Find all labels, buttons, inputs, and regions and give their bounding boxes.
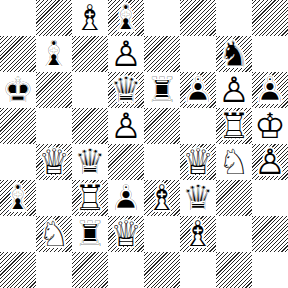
square-c8[interactable]: ♝♗	[72, 0, 108, 36]
white-knight-icon: ♘	[36, 216, 72, 252]
square-d4[interactable]	[108, 144, 144, 180]
square-d5[interactable]: ♟♙	[108, 108, 144, 144]
black-king-icon: ♔	[0, 72, 36, 108]
square-a3[interactable]: ♝♗	[0, 180, 36, 216]
white-knight-fill: ♞	[36, 216, 72, 252]
square-h3[interactable]	[252, 180, 288, 216]
black-bishop-icon: ♗	[0, 180, 36, 216]
white-king-icon: ♔	[252, 108, 288, 144]
white-queen-icon: ♕	[108, 216, 144, 252]
square-b3[interactable]	[36, 180, 72, 216]
square-f4[interactable]: ♛♕	[180, 144, 216, 180]
square-f5[interactable]	[180, 108, 216, 144]
white-knight-icon: ♘	[216, 144, 252, 180]
square-a8[interactable]	[0, 0, 36, 36]
square-c1[interactable]	[72, 252, 108, 288]
square-c3[interactable]: ♜♖	[72, 180, 108, 216]
white-rook-fill: ♜	[216, 108, 252, 144]
white-pawn-icon: ♙	[216, 72, 252, 108]
square-e5[interactable]	[144, 108, 180, 144]
black-knight-fill: ♞	[216, 36, 252, 72]
black-bishop-icon: ♗	[108, 0, 144, 36]
black-pawn-fill: ♟	[108, 180, 144, 216]
square-e1[interactable]	[144, 252, 180, 288]
white-pawn-fill: ♟	[108, 36, 144, 72]
square-g2[interactable]	[216, 216, 252, 252]
black-pawn-icon: ♙	[180, 72, 216, 108]
white-queen-icon: ♕	[36, 144, 72, 180]
white-bishop-icon: ♗	[144, 180, 180, 216]
square-d7[interactable]: ♟♙	[108, 36, 144, 72]
square-a6[interactable]: ♚♔	[0, 72, 36, 108]
white-queen-fill: ♛	[180, 144, 216, 180]
white-queen-fill: ♛	[36, 144, 72, 180]
black-queen-icon: ♕	[180, 180, 216, 216]
black-queen-icon: ♕	[108, 72, 144, 108]
square-e3[interactable]: ♝♗	[144, 180, 180, 216]
square-e4[interactable]	[144, 144, 180, 180]
square-g3[interactable]	[216, 180, 252, 216]
white-rook-icon: ♖	[216, 108, 252, 144]
square-c6[interactable]	[72, 72, 108, 108]
black-queen-icon: ♕	[72, 144, 108, 180]
square-g6[interactable]: ♟♙	[216, 72, 252, 108]
square-b4[interactable]: ♛♕	[36, 144, 72, 180]
square-b8[interactable]	[36, 0, 72, 36]
square-f2[interactable]: ♝♗	[180, 216, 216, 252]
black-pawn-fill: ♟	[252, 72, 288, 108]
white-pawn-icon: ♙	[252, 144, 288, 180]
square-d2[interactable]: ♛♕	[108, 216, 144, 252]
square-f7[interactable]	[180, 36, 216, 72]
black-king-fill: ♚	[0, 72, 36, 108]
square-c2[interactable]: ♜♖	[72, 216, 108, 252]
white-queen-fill: ♛	[108, 216, 144, 252]
black-rook-icon: ♖	[144, 72, 180, 108]
square-a4[interactable]	[0, 144, 36, 180]
white-pawn-fill: ♟	[252, 144, 288, 180]
white-knight-fill: ♞	[216, 144, 252, 180]
black-queen-fill: ♛	[180, 180, 216, 216]
white-bishop-icon: ♗	[180, 216, 216, 252]
square-f6[interactable]: ♟♙	[180, 72, 216, 108]
black-rook-icon: ♖	[72, 216, 108, 252]
square-e8[interactable]	[144, 0, 180, 36]
black-rook-fill: ♜	[144, 72, 180, 108]
square-h4[interactable]: ♟♙	[252, 144, 288, 180]
white-bishop-fill: ♝	[180, 216, 216, 252]
black-bishop-fill: ♝	[108, 0, 144, 36]
square-a7[interactable]	[0, 36, 36, 72]
white-king-fill: ♚	[252, 108, 288, 144]
square-c4[interactable]: ♛♕	[72, 144, 108, 180]
white-bishop-icon: ♗	[72, 0, 108, 36]
black-pawn-icon: ♙	[108, 180, 144, 216]
square-d1[interactable]	[108, 252, 144, 288]
square-a2[interactable]	[0, 216, 36, 252]
square-d6[interactable]: ♛♕	[108, 72, 144, 108]
square-b7[interactable]: ♝♗	[36, 36, 72, 72]
square-f8[interactable]	[180, 0, 216, 36]
square-h2[interactable]	[252, 216, 288, 252]
white-queen-icon: ♕	[180, 144, 216, 180]
black-queen-fill: ♛	[108, 72, 144, 108]
square-f3[interactable]: ♛♕	[180, 180, 216, 216]
white-pawn-icon: ♙	[108, 36, 144, 72]
square-c7[interactable]	[72, 36, 108, 72]
square-a5[interactable]	[0, 108, 36, 144]
square-b6[interactable]	[36, 72, 72, 108]
black-bishop-fill: ♝	[0, 180, 36, 216]
square-h1[interactable]	[252, 252, 288, 288]
white-bishop-fill: ♝	[144, 180, 180, 216]
white-pawn-icon: ♙	[108, 108, 144, 144]
white-pawn-fill: ♟	[216, 72, 252, 108]
square-e2[interactable]	[144, 216, 180, 252]
square-h8[interactable]	[252, 0, 288, 36]
square-g1[interactable]	[216, 252, 252, 288]
square-e7[interactable]	[144, 36, 180, 72]
square-c5[interactable]	[72, 108, 108, 144]
black-pawn-icon: ♙	[252, 72, 288, 108]
black-pawn-fill: ♟	[180, 72, 216, 108]
square-g5[interactable]: ♜♖	[216, 108, 252, 144]
white-rook-icon: ♖	[72, 180, 108, 216]
square-g8[interactable]	[216, 0, 252, 36]
white-pawn-fill: ♟	[108, 108, 144, 144]
square-b1[interactable]	[36, 252, 72, 288]
square-b2[interactable]: ♞♘	[36, 216, 72, 252]
square-e6[interactable]: ♜♖	[144, 72, 180, 108]
square-d8[interactable]: ♝♗	[108, 0, 144, 36]
square-f1[interactable]	[180, 252, 216, 288]
square-g7[interactable]: ♞♘	[216, 36, 252, 72]
square-h7[interactable]	[252, 36, 288, 72]
black-knight-icon: ♘	[216, 36, 252, 72]
black-queen-fill: ♛	[72, 144, 108, 180]
square-d3[interactable]: ♟♙	[108, 180, 144, 216]
square-b5[interactable]	[36, 108, 72, 144]
black-bishop-fill: ♝	[36, 36, 72, 72]
square-g4[interactable]: ♞♘	[216, 144, 252, 180]
chess-board: ♝♗♝♗♝♗♟♙♞♘♚♔♛♕♜♖♟♙♟♙♟♙♟♙♜♖♚♔♛♕♛♕♛♕♞♘♟♙♝♗…	[0, 0, 288, 288]
white-rook-fill: ♜	[72, 180, 108, 216]
square-h6[interactable]: ♟♙	[252, 72, 288, 108]
black-rook-fill: ♜	[72, 216, 108, 252]
square-h5[interactable]: ♚♔	[252, 108, 288, 144]
black-bishop-icon: ♗	[36, 36, 72, 72]
square-a1[interactable]	[0, 252, 36, 288]
white-bishop-fill: ♝	[72, 0, 108, 36]
